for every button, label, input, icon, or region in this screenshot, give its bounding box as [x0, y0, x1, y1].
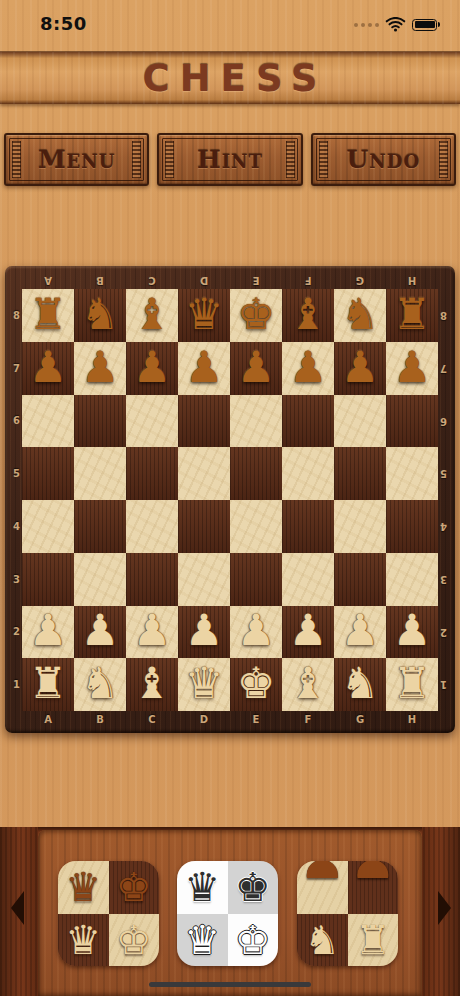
rank-label-8-left: 8: [11, 289, 22, 342]
carousel-panel: ♛♚♛♚♛♚♛♚♟♟♞♜: [38, 830, 422, 996]
square-b8[interactable]: ♞: [74, 289, 126, 342]
status-time: 8:50: [40, 13, 87, 34]
board-frame-corner: [11, 711, 22, 727]
menu-button[interactable]: Menu: [4, 133, 149, 186]
hint-button[interactable]: Hint: [157, 133, 302, 186]
white-knight[interactable]: ♞: [81, 662, 120, 705]
toolbar: Menu Hint Undo: [4, 133, 456, 186]
cellular-signal-icon: [354, 23, 379, 27]
square-a5[interactable]: [22, 447, 74, 500]
square-f1[interactable]: ♝: [282, 658, 334, 711]
black-pawn[interactable]: ♟: [29, 346, 68, 389]
ornament-strip: [286, 141, 295, 178]
status-bar: 8:50: [0, 0, 460, 44]
file-label-h-top: H: [386, 272, 438, 289]
black-king-preview: ♚: [235, 867, 271, 907]
file-label-f-top: F: [282, 272, 334, 289]
square-b1[interactable]: ♞: [74, 658, 126, 711]
white-pawn[interactable]: ♟: [133, 609, 172, 652]
file-label-b-bottom: B: [74, 711, 126, 727]
white-pawn[interactable]: ♟: [81, 609, 120, 652]
rank-label-3-right: 3: [438, 553, 449, 606]
rank-label-2-left: 2: [11, 606, 22, 659]
square-c4[interactable]: [126, 500, 178, 553]
rank-label-5-left: 5: [11, 447, 22, 500]
square-b6[interactable]: [74, 395, 126, 448]
app-screen: 8:50 CHESS Menu Hint: [0, 0, 460, 996]
battery-icon: [412, 19, 440, 31]
square-b7[interactable]: ♟: [74, 342, 126, 395]
hint-button-label: Hint: [180, 145, 279, 174]
square-h2[interactable]: ♟: [386, 606, 438, 659]
rank-label-4-right: 4: [438, 500, 449, 553]
square-h1[interactable]: ♜: [386, 658, 438, 711]
preview-square-white: ♚: [228, 914, 279, 967]
dark-queen-preview: ♛: [65, 867, 101, 907]
square-g6[interactable]: [334, 395, 386, 448]
black-pawn[interactable]: ♟: [81, 346, 120, 389]
classic-pieces-set-tile[interactable]: ♛♚♛♚: [177, 861, 278, 966]
square-g3[interactable]: [334, 553, 386, 606]
square-a1[interactable]: ♜: [22, 658, 74, 711]
preview-square-dark: ♛: [58, 914, 109, 967]
white-king-preview: ♚: [235, 920, 271, 960]
rank-label-3-left: 3: [11, 553, 22, 606]
rank-label-6-right: 6: [438, 395, 449, 448]
file-label-a-top: A: [22, 272, 74, 289]
white-queen[interactable]: ♛: [185, 662, 224, 705]
square-e8[interactable]: ♚: [230, 289, 282, 342]
piece-set-carousel: ♛♚♛♚♛♚♛♚♟♟♞♜: [0, 827, 460, 996]
square-f8[interactable]: ♝: [282, 289, 334, 342]
square-g8[interactable]: ♞: [334, 289, 386, 342]
square-h4[interactable]: [386, 500, 438, 553]
board-frame-corner: [11, 272, 22, 289]
chess-board-grid: ABCDEFGH8♜♞♝♛♚♝♞♜87♟♟♟♟♟♟♟♟7665544332♟♟♟…: [11, 272, 449, 727]
square-e7[interactable]: ♟: [230, 342, 282, 395]
rank-label-7-left: 7: [11, 342, 22, 395]
preview-square-dark: ♚: [109, 861, 160, 914]
black-pawn[interactable]: ♟: [133, 346, 172, 389]
square-f3[interactable]: [282, 553, 334, 606]
white-king[interactable]: ♚: [237, 662, 276, 705]
undo-button[interactable]: Undo: [311, 133, 456, 186]
square-d8[interactable]: ♛: [178, 289, 230, 342]
menu-button-label: Menu: [27, 145, 126, 174]
light-queen-preview: ♛: [65, 920, 101, 960]
dark-pawn-preview: ♟: [299, 861, 346, 886]
light-knight-preview: ♞: [304, 920, 340, 960]
square-d2[interactable]: ♟: [178, 606, 230, 659]
square-c3[interactable]: [126, 553, 178, 606]
black-bishop[interactable]: ♝: [133, 293, 172, 336]
square-b3[interactable]: [74, 553, 126, 606]
square-e3[interactable]: [230, 553, 282, 606]
square-a6[interactable]: [22, 395, 74, 448]
square-g7[interactable]: ♟: [334, 342, 386, 395]
square-e2[interactable]: ♟: [230, 606, 282, 659]
carousel-right-arrow-icon[interactable]: [438, 891, 451, 925]
home-indicator[interactable]: [149, 982, 311, 987]
square-g2[interactable]: ♟: [334, 606, 386, 659]
white-pawn[interactable]: ♟: [185, 609, 224, 652]
square-d7[interactable]: ♟: [178, 342, 230, 395]
preview-square-light: ♚: [109, 914, 160, 967]
white-pawn[interactable]: ♟: [393, 609, 432, 652]
square-g5[interactable]: [334, 447, 386, 500]
square-c7[interactable]: ♟: [126, 342, 178, 395]
file-label-f-bottom: F: [282, 711, 334, 727]
preview-square-gray: ♛: [177, 914, 228, 967]
square-a3[interactable]: [22, 553, 74, 606]
rank-label-4-left: 4: [11, 500, 22, 553]
white-queen-preview: ♛: [184, 920, 220, 960]
dark-pawn-preview: ♟: [349, 861, 396, 886]
rank-label-6-left: 6: [11, 395, 22, 448]
file-label-g-bottom: G: [334, 711, 386, 727]
ornament-strip: [439, 141, 448, 178]
board-frame-corner: [438, 272, 449, 289]
black-pawn[interactable]: ♟: [393, 346, 432, 389]
file-label-c-top: C: [126, 272, 178, 289]
rank-label-8-right: 8: [438, 289, 449, 342]
chess-board: ABCDEFGH8♜♞♝♛♚♝♞♜87♟♟♟♟♟♟♟♟7665544332♟♟♟…: [5, 266, 455, 733]
square-a7[interactable]: ♟: [22, 342, 74, 395]
white-pawn[interactable]: ♟: [341, 609, 380, 652]
black-knight[interactable]: ♞: [341, 293, 380, 336]
white-knight[interactable]: ♞: [341, 662, 380, 705]
black-king[interactable]: ♚: [237, 293, 276, 336]
square-a8[interactable]: ♜: [22, 289, 74, 342]
square-g1[interactable]: ♞: [334, 658, 386, 711]
black-pawn[interactable]: ♟: [289, 346, 328, 389]
square-b5[interactable]: [74, 447, 126, 500]
square-d1[interactable]: ♛: [178, 658, 230, 711]
ornament-strip: [319, 141, 328, 178]
file-label-a-bottom: A: [22, 711, 74, 727]
ornament-strip: [12, 141, 21, 178]
square-b2[interactable]: ♟: [74, 606, 126, 659]
preview-square-light: ♜: [348, 914, 399, 967]
file-label-e-bottom: E: [230, 711, 282, 727]
preview-square-dark: ♟: [348, 861, 399, 914]
rank-label-2-right: 2: [438, 606, 449, 659]
black-pawn[interactable]: ♟: [185, 346, 224, 389]
rank-label-7-right: 7: [438, 342, 449, 395]
wifi-icon: [385, 17, 406, 32]
square-h6[interactable]: [386, 395, 438, 448]
dark-king-preview: ♚: [116, 867, 152, 907]
square-a2[interactable]: ♟: [22, 606, 74, 659]
preview-square-light: ♟: [297, 861, 348, 914]
square-b4[interactable]: [74, 500, 126, 553]
square-d4[interactable]: [178, 500, 230, 553]
rank-label-1-left: 1: [11, 658, 22, 711]
square-e4[interactable]: [230, 500, 282, 553]
square-g4[interactable]: [334, 500, 386, 553]
file-label-g-top: G: [334, 272, 386, 289]
preview-square-gray: ♚: [228, 861, 279, 914]
black-rook[interactable]: ♜: [29, 293, 68, 336]
black-queen[interactable]: ♛: [185, 293, 224, 336]
square-e5[interactable]: [230, 447, 282, 500]
square-c6[interactable]: [126, 395, 178, 448]
wood-pieces-set-tile[interactable]: ♛♚♛♚: [58, 861, 159, 966]
black-queen-preview: ♛: [184, 867, 220, 907]
board-frame-corner: [438, 711, 449, 727]
square-d5[interactable]: [178, 447, 230, 500]
square-c8[interactable]: ♝: [126, 289, 178, 342]
file-label-h-bottom: H: [386, 711, 438, 727]
square-e6[interactable]: [230, 395, 282, 448]
file-label-d-top: D: [178, 272, 230, 289]
white-bishop[interactable]: ♝: [133, 662, 172, 705]
square-f2[interactable]: ♟: [282, 606, 334, 659]
file-label-d-bottom: D: [178, 711, 230, 727]
file-label-c-bottom: C: [126, 711, 178, 727]
black-pawn[interactable]: ♟: [237, 346, 276, 389]
app-title-plank: CHESS: [0, 52, 460, 104]
rank-label-5-right: 5: [438, 447, 449, 500]
square-c2[interactable]: ♟: [126, 606, 178, 659]
white-bishop[interactable]: ♝: [289, 662, 328, 705]
file-label-e-top: E: [230, 272, 282, 289]
square-d3[interactable]: [178, 553, 230, 606]
square-c1[interactable]: ♝: [126, 658, 178, 711]
preview-square-light: ♛: [58, 861, 109, 914]
black-bishop[interactable]: ♝: [289, 293, 328, 336]
square-h8[interactable]: ♜: [386, 289, 438, 342]
square-f6[interactable]: [282, 395, 334, 448]
light-rook-preview: ♜: [355, 920, 391, 960]
white-pawn[interactable]: ♟: [289, 609, 328, 652]
white-rook[interactable]: ♜: [29, 662, 68, 705]
carousel-left-arrow-icon[interactable]: [11, 891, 24, 925]
square-a4[interactable]: [22, 500, 74, 553]
black-rook[interactable]: ♜: [393, 293, 432, 336]
undo-button-label: Undo: [334, 145, 433, 174]
square-f7[interactable]: ♟: [282, 342, 334, 395]
white-pawn[interactable]: ♟: [237, 609, 276, 652]
square-h5[interactable]: [386, 447, 438, 500]
square-h7[interactable]: ♟: [386, 342, 438, 395]
wood-closeup-pieces-set-tile[interactable]: ♟♟♞♜: [297, 861, 398, 966]
black-knight[interactable]: ♞: [81, 293, 120, 336]
ornament-strip: [132, 141, 141, 178]
app-title: CHESS: [132, 57, 327, 100]
square-e1[interactable]: ♚: [230, 658, 282, 711]
square-f4[interactable]: [282, 500, 334, 553]
light-king-preview: ♚: [116, 920, 152, 960]
preview-square-white: ♛: [177, 861, 228, 914]
black-pawn[interactable]: ♟: [341, 346, 380, 389]
square-f5[interactable]: [282, 447, 334, 500]
status-icons: [354, 17, 440, 32]
square-h3[interactable]: [386, 553, 438, 606]
ornament-strip: [165, 141, 174, 178]
white-pawn[interactable]: ♟: [29, 609, 68, 652]
preview-square-dark: ♞: [297, 914, 348, 967]
square-c5[interactable]: [126, 447, 178, 500]
file-label-b-top: B: [74, 272, 126, 289]
white-rook[interactable]: ♜: [393, 662, 432, 705]
square-d6[interactable]: [178, 395, 230, 448]
rank-label-1-right: 1: [438, 658, 449, 711]
